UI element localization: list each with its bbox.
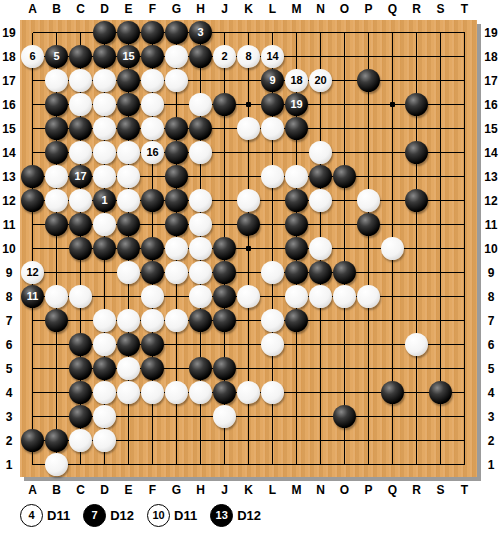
stone-black — [213, 93, 236, 116]
stone-black — [309, 261, 332, 284]
stone-white — [165, 381, 188, 404]
coordinate-label: 9 — [0, 265, 18, 281]
stone-white — [261, 381, 284, 404]
stone-black — [117, 21, 140, 44]
stone-black — [405, 93, 428, 116]
stone-black: 11 — [21, 285, 44, 308]
stone-white — [381, 237, 404, 260]
stone-black — [261, 93, 284, 116]
stone-black — [21, 189, 44, 212]
stone-black — [165, 21, 188, 44]
move-number-label: 20 — [314, 75, 326, 86]
coordinate-label: 13 — [0, 169, 18, 185]
coordinate-label: T — [453, 482, 477, 498]
stone-black — [357, 213, 380, 236]
coordinate-label: 19 — [0, 25, 18, 41]
stone-black — [141, 21, 164, 44]
stone-white — [285, 165, 308, 188]
stone-black — [69, 357, 92, 380]
stone-black — [189, 309, 212, 332]
stone-black — [285, 117, 308, 140]
stone-black — [285, 237, 308, 260]
coordinate-label: S — [429, 482, 453, 498]
coordinate-label: 12 — [482, 193, 500, 209]
stone-black — [429, 381, 452, 404]
coordinate-label: F — [141, 482, 165, 498]
move-number-label: 2 — [221, 51, 227, 62]
move-number-label: 1 — [101, 195, 107, 206]
coordinate-label: C — [69, 482, 93, 498]
stone-white — [69, 285, 92, 308]
coordinate-label: L — [261, 1, 285, 17]
move-number-label: 16 — [146, 147, 158, 158]
stone-white — [45, 69, 68, 92]
coordinate-label: F — [141, 1, 165, 17]
coordinate-label: 17 — [0, 73, 18, 89]
stone-white — [93, 93, 116, 116]
coordinate-label: 8 — [0, 289, 18, 305]
stone-white — [189, 93, 212, 116]
stone-white: 6 — [21, 45, 44, 68]
stone-black — [69, 213, 92, 236]
stone-white — [93, 69, 116, 92]
stone-white — [69, 189, 92, 212]
stone-white — [93, 405, 116, 428]
coordinate-label: 6 — [482, 337, 500, 353]
stone-white — [141, 309, 164, 332]
coordinate-label: 5 — [482, 361, 500, 377]
coordinate-label: Q — [381, 1, 405, 17]
stone-black — [45, 309, 68, 332]
stone-white — [189, 261, 212, 284]
move-number-label: 17 — [74, 171, 86, 182]
coordinate-label: J — [213, 1, 237, 17]
stone-white — [189, 237, 212, 260]
move-number-label: 9 — [269, 75, 275, 86]
stone-white — [93, 165, 116, 188]
move-annotation-caption: 4D117D1210D1113D12 — [20, 502, 270, 528]
caption-move-stone-white: 4 — [20, 504, 43, 527]
caption-move-stone-white: 10 — [147, 504, 170, 527]
stone-white — [261, 165, 284, 188]
coordinate-label: A — [21, 1, 45, 17]
stone-white — [141, 93, 164, 116]
stone-black: 1 — [93, 189, 116, 212]
stone-black — [141, 189, 164, 212]
stone-white — [189, 285, 212, 308]
coordinate-label: C — [69, 1, 93, 17]
stone-white — [117, 261, 140, 284]
move-number-label: 12 — [26, 267, 38, 278]
stone-white — [69, 69, 92, 92]
stone-white — [165, 309, 188, 332]
coordinate-label: B — [45, 1, 69, 17]
coordinate-label: 16 — [482, 97, 500, 113]
stone-white — [93, 309, 116, 332]
stone-black — [45, 117, 68, 140]
stone-black — [69, 45, 92, 68]
stone-black — [117, 93, 140, 116]
stone-black: 9 — [261, 69, 284, 92]
coordinate-label: A — [21, 482, 45, 498]
stone-white — [117, 309, 140, 332]
coordinate-label: R — [405, 482, 429, 498]
coordinate-label: G — [165, 1, 189, 17]
stone-white — [93, 381, 116, 404]
coordinate-label: 18 — [482, 49, 500, 65]
stone-black — [117, 333, 140, 356]
coordinate-label: D — [93, 482, 117, 498]
stone-white — [237, 117, 260, 140]
stone-white — [93, 213, 116, 236]
stone-black — [117, 213, 140, 236]
stone-black — [189, 117, 212, 140]
coordinate-label: 6 — [0, 337, 18, 353]
stone-white — [333, 285, 356, 308]
stone-white — [141, 117, 164, 140]
stone-black — [285, 261, 308, 284]
stone-black: 19 — [285, 93, 308, 116]
stone-white — [237, 285, 260, 308]
coordinate-label: 4 — [0, 385, 18, 401]
coordinate-label: 1 — [0, 457, 18, 473]
stone-black — [165, 141, 188, 164]
stone-black — [141, 261, 164, 284]
coordinate-label: 13 — [482, 169, 500, 185]
stone-white — [165, 45, 188, 68]
stone-black — [309, 165, 332, 188]
move-number-label: 11 — [27, 291, 39, 302]
stone-white: 14 — [261, 45, 284, 68]
coordinate-label: J — [213, 482, 237, 498]
stone-white — [261, 333, 284, 356]
stone-black — [69, 333, 92, 356]
coordinate-label: 5 — [0, 361, 18, 377]
coordinate-label: H — [189, 482, 213, 498]
coordinate-label: E — [117, 1, 141, 17]
stone-black — [189, 45, 212, 68]
move-number-label: 14 — [266, 51, 278, 62]
star-point — [246, 102, 251, 107]
stone-black: 3 — [189, 21, 212, 44]
coordinate-label: 12 — [0, 193, 18, 209]
stone-white — [237, 189, 260, 212]
stone-black — [165, 117, 188, 140]
stone-white — [93, 429, 116, 452]
stone-black — [285, 189, 308, 212]
stone-black — [45, 429, 68, 452]
stone-white: 16 — [141, 141, 164, 164]
stone-black — [21, 429, 44, 452]
stone-black — [405, 189, 428, 212]
stone-black: 5 — [45, 45, 68, 68]
stone-white: 2 — [213, 45, 236, 68]
stone-black: 15 — [117, 45, 140, 68]
coordinate-label: L — [261, 482, 285, 498]
caption-move-stone-black: 13 — [210, 504, 233, 527]
coordinate-label: 10 — [0, 241, 18, 257]
stone-white: 12 — [21, 261, 44, 284]
coordinate-label: Q — [381, 482, 405, 498]
stone-white — [45, 165, 68, 188]
stone-white — [309, 141, 332, 164]
coordinate-label: B — [45, 482, 69, 498]
stone-white — [285, 285, 308, 308]
stone-black — [69, 405, 92, 428]
stone-black — [93, 357, 116, 380]
stone-white — [309, 237, 332, 260]
stone-white — [213, 405, 236, 428]
coordinate-label: O — [333, 1, 357, 17]
stone-white — [117, 357, 140, 380]
stone-white: 18 — [285, 69, 308, 92]
stone-black — [213, 381, 236, 404]
stone-black — [141, 45, 164, 68]
stone-white — [261, 261, 284, 284]
coordinate-label: P — [357, 482, 381, 498]
stone-white — [141, 285, 164, 308]
move-number-label: 15 — [122, 51, 134, 62]
coordinate-label: 10 — [482, 241, 500, 257]
coordinate-label: 7 — [0, 313, 18, 329]
caption-move-point: D11 — [47, 508, 70, 523]
stone-black — [213, 237, 236, 260]
stone-black — [333, 405, 356, 428]
stone-white — [261, 117, 284, 140]
stone-black — [213, 357, 236, 380]
stone-white — [165, 69, 188, 92]
stone-white — [69, 429, 92, 452]
coordinate-label: M — [285, 482, 309, 498]
stone-black — [285, 309, 308, 332]
stone-black — [141, 333, 164, 356]
stone-white — [141, 69, 164, 92]
coordinate-label: 19 — [482, 25, 500, 41]
coordinate-label: 1 — [482, 457, 500, 473]
coordinate-label: O — [333, 482, 357, 498]
coordinate-label: M — [285, 1, 309, 17]
stone-black — [165, 189, 188, 212]
star-point — [246, 246, 251, 251]
stone-black — [69, 237, 92, 260]
move-number-label: 18 — [290, 75, 302, 86]
goban[interactable]: 3651528149182019161711211 — [20, 20, 477, 477]
stone-black — [405, 141, 428, 164]
star-point — [390, 102, 395, 107]
stone-black — [189, 357, 212, 380]
coordinate-label: 3 — [482, 409, 500, 425]
coordinate-label: 15 — [482, 121, 500, 137]
coordinate-label: 11 — [482, 217, 500, 233]
stone-white: 8 — [237, 45, 260, 68]
coordinate-label: P — [357, 1, 381, 17]
stone-white — [357, 285, 380, 308]
stone-white — [69, 93, 92, 116]
stone-black — [45, 213, 68, 236]
coordinate-label: 2 — [0, 433, 18, 449]
stone-black — [333, 165, 356, 188]
stone-black: 17 — [69, 165, 92, 188]
stone-white — [93, 141, 116, 164]
stone-white: 20 — [309, 69, 332, 92]
stone-white — [117, 165, 140, 188]
stone-white — [189, 381, 212, 404]
stone-white — [93, 117, 116, 140]
stone-black — [93, 237, 116, 260]
coordinate-label: 17 — [482, 73, 500, 89]
coordinate-label: 4 — [482, 385, 500, 401]
coordinate-label: 14 — [482, 145, 500, 161]
coordinate-label: K — [237, 482, 261, 498]
coordinate-label: 9 — [482, 265, 500, 281]
move-number-label: 8 — [245, 51, 251, 62]
coordinate-label: 14 — [0, 145, 18, 161]
stone-white — [93, 333, 116, 356]
stone-black — [93, 21, 116, 44]
stone-black — [213, 309, 236, 332]
coordinate-label: R — [405, 1, 429, 17]
coordinate-label: 2 — [482, 433, 500, 449]
stone-black — [21, 165, 44, 188]
stone-black — [141, 357, 164, 380]
move-number-label: 19 — [290, 99, 302, 110]
coordinate-label: E — [117, 482, 141, 498]
stone-black — [45, 93, 68, 116]
stone-black — [69, 117, 92, 140]
stone-white — [165, 237, 188, 260]
stone-black — [357, 69, 380, 92]
stone-white — [309, 285, 332, 308]
caption-move-stone-black: 7 — [83, 504, 106, 527]
coordinate-label: H — [189, 1, 213, 17]
caption-move-point: D12 — [110, 508, 134, 523]
coordinate-label: 18 — [0, 49, 18, 65]
coordinate-label: S — [429, 1, 453, 17]
stone-white — [189, 213, 212, 236]
coordinate-label: N — [309, 482, 333, 498]
caption-move-point: D11 — [174, 508, 197, 523]
stone-white — [117, 381, 140, 404]
coordinate-label: 15 — [0, 121, 18, 137]
coordinate-label: 3 — [0, 409, 18, 425]
stone-white — [405, 333, 428, 356]
coordinate-label: T — [453, 1, 477, 17]
coordinate-label: G — [165, 482, 189, 498]
stone-white — [45, 285, 68, 308]
coordinate-label: D — [93, 1, 117, 17]
stone-black — [333, 261, 356, 284]
coordinate-label: 11 — [0, 217, 18, 233]
stone-black — [117, 117, 140, 140]
stone-white — [69, 141, 92, 164]
stone-black — [237, 213, 260, 236]
stone-black — [165, 213, 188, 236]
caption-move-point: D12 — [237, 508, 261, 523]
stone-black — [45, 141, 68, 164]
stone-white — [237, 381, 260, 404]
move-number-label: 3 — [197, 27, 203, 38]
stone-white — [45, 453, 68, 476]
stone-white — [141, 381, 164, 404]
stone-white — [309, 189, 332, 212]
stone-white — [189, 189, 212, 212]
stone-black — [381, 381, 404, 404]
move-number-label: 6 — [29, 51, 35, 62]
stone-white — [45, 189, 68, 212]
stone-black — [141, 237, 164, 260]
stone-black — [213, 285, 236, 308]
move-number-label: 5 — [53, 51, 59, 62]
stone-black — [285, 213, 308, 236]
stone-white — [117, 141, 140, 164]
stone-black — [117, 69, 140, 92]
stone-white — [117, 189, 140, 212]
coordinate-label: N — [309, 1, 333, 17]
stone-black — [93, 45, 116, 68]
coordinate-label: K — [237, 1, 261, 17]
stone-white — [357, 189, 380, 212]
coordinate-label: 8 — [482, 289, 500, 305]
stone-white — [165, 261, 188, 284]
coordinate-label: 7 — [482, 313, 500, 329]
stone-black — [213, 261, 236, 284]
stone-white — [261, 309, 284, 332]
stone-black — [69, 381, 92, 404]
stone-black — [165, 165, 188, 188]
coordinate-label: 16 — [0, 97, 18, 113]
stone-white — [189, 141, 212, 164]
stone-black — [117, 237, 140, 260]
